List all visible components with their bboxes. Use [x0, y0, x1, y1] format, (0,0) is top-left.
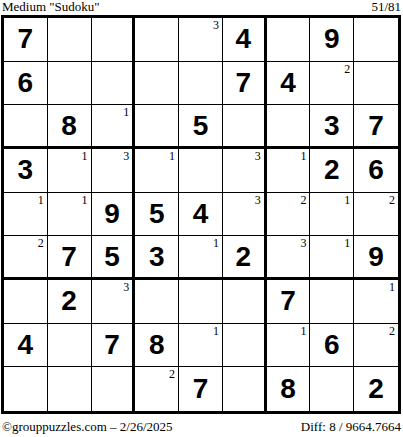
cell-r7c2[interactable]: 2 — [48, 280, 92, 324]
pencil-mark: 2 — [300, 194, 306, 206]
cell-r8c6[interactable] — [223, 324, 267, 368]
cell-r2c4[interactable] — [135, 62, 179, 106]
cell-r2c1[interactable]: 6 — [4, 62, 48, 106]
cell-value: 6 — [18, 69, 34, 97]
pencil-mark: 1 — [169, 150, 175, 162]
cell-r8c3[interactable]: 7 — [92, 324, 136, 368]
cell-r3c3[interactable]: 1 — [92, 105, 136, 149]
cell-r8c4[interactable]: 8 — [135, 324, 179, 368]
cell-value: 4 — [18, 331, 34, 359]
cell-value: 7 — [104, 331, 120, 359]
cell-value: 2 — [324, 156, 340, 184]
cell-r9c3[interactable] — [92, 367, 136, 411]
cell-value: 4 — [280, 69, 296, 97]
pencil-mark: 3 — [300, 237, 306, 249]
difficulty-text: Diff: 8 / 9664.7664 — [301, 420, 401, 434]
pencil-mark: 2 — [389, 194, 395, 206]
cell-r5c8[interactable]: 1 — [310, 193, 354, 237]
pencil-mark: 1 — [38, 194, 44, 206]
cell-r9c9[interactable]: 2 — [354, 367, 398, 411]
cell-r6c1[interactable]: 2 — [4, 236, 48, 280]
pencil-mark: 1 — [123, 106, 129, 118]
pencil-mark: 3 — [213, 19, 219, 31]
cell-value: 2 — [61, 287, 77, 315]
cell-r6c5[interactable]: 1 — [179, 236, 223, 280]
pencil-mark: 3 — [255, 194, 261, 206]
cell-r9c5[interactable]: 7 — [179, 367, 223, 411]
cell-value: 8 — [149, 331, 165, 359]
cell-r2c9[interactable] — [354, 62, 398, 106]
cell-value: 7 — [280, 287, 296, 315]
cell-r7c4[interactable] — [135, 280, 179, 324]
cell-value: 8 — [61, 112, 77, 140]
cell-r3c6[interactable] — [223, 105, 267, 149]
sudoku-page: Medium "Sudoku" 51/81 734967428153731313… — [0, 0, 403, 437]
cell-r8c5[interactable]: 1 — [179, 324, 223, 368]
cell-r6c8[interactable]: 1 — [310, 236, 354, 280]
cell-r1c8[interactable]: 9 — [310, 18, 354, 62]
cell-r8c9[interactable]: 2 — [354, 324, 398, 368]
cell-value: 7 — [61, 243, 77, 271]
cell-r5c5[interactable]: 4 — [179, 193, 223, 237]
sudoku-grid: 7349674281537313131261195432122753123192… — [1, 15, 401, 414]
cell-r2c6[interactable]: 7 — [223, 62, 267, 106]
cell-r1c3[interactable] — [92, 18, 136, 62]
pencil-mark: 2 — [389, 325, 395, 337]
cell-r3c5[interactable]: 5 — [179, 105, 223, 149]
cell-r4c4[interactable]: 1 — [135, 149, 179, 193]
pencil-mark: 1 — [344, 194, 350, 206]
progress-counter: 51/81 — [371, 0, 401, 14]
cell-r7c6[interactable] — [223, 280, 267, 324]
cell-r9c2[interactable] — [48, 367, 92, 411]
cell-r8c2[interactable] — [48, 324, 92, 368]
cell-r7c7[interactable]: 7 — [267, 280, 311, 324]
cell-r9c6[interactable] — [223, 367, 267, 411]
cell-value: 7 — [18, 25, 34, 53]
cell-r6c9[interactable]: 9 — [354, 236, 398, 280]
cell-value: 5 — [193, 112, 209, 140]
cell-r7c3[interactable]: 3 — [92, 280, 136, 324]
cell-r3c7[interactable] — [267, 105, 311, 149]
cell-r4c9[interactable]: 6 — [354, 149, 398, 193]
cell-r3c2[interactable]: 8 — [48, 105, 92, 149]
cell-value: 3 — [324, 112, 340, 140]
cell-r4c6[interactable]: 3 — [223, 149, 267, 193]
cell-r4c8[interactable]: 2 — [310, 149, 354, 193]
cell-r4c1[interactable]: 3 — [4, 149, 48, 193]
cell-r9c7[interactable]: 8 — [267, 367, 311, 411]
cell-r3c9[interactable]: 7 — [354, 105, 398, 149]
cell-value: 2 — [368, 375, 384, 403]
cell-r6c6[interactable]: 2 — [223, 236, 267, 280]
cell-r2c8[interactable]: 2 — [310, 62, 354, 106]
cell-r5c1[interactable]: 1 — [4, 193, 48, 237]
pencil-mark: 1 — [389, 281, 395, 293]
cell-r1c5[interactable]: 3 — [179, 18, 223, 62]
cell-r3c1[interactable] — [4, 105, 48, 149]
pencil-mark: 2 — [38, 237, 44, 249]
cell-r9c8[interactable] — [310, 367, 354, 411]
cell-r8c1[interactable]: 4 — [4, 324, 48, 368]
cell-r9c4[interactable]: 2 — [135, 367, 179, 411]
pencil-mark: 2 — [344, 63, 350, 75]
cell-r4c3[interactable]: 3 — [92, 149, 136, 193]
cell-r5c2[interactable]: 1 — [48, 193, 92, 237]
cell-value: 7 — [368, 112, 384, 140]
cell-r8c7[interactable]: 1 — [267, 324, 311, 368]
cell-r1c6[interactable]: 4 — [223, 18, 267, 62]
cell-value: 7 — [235, 69, 251, 97]
pencil-mark: 1 — [82, 194, 88, 206]
cell-value: 5 — [149, 200, 165, 228]
pencil-mark: 3 — [255, 150, 261, 162]
pencil-mark: 1 — [213, 237, 219, 249]
cell-r1c2[interactable] — [48, 18, 92, 62]
cell-r2c3[interactable] — [92, 62, 136, 106]
pencil-mark: 1 — [344, 237, 350, 249]
pencil-mark: 1 — [300, 150, 306, 162]
cell-value: 3 — [18, 156, 34, 184]
cell-r5c3[interactable]: 9 — [92, 193, 136, 237]
cell-value: 9 — [104, 200, 120, 228]
cell-r3c4[interactable] — [135, 105, 179, 149]
puzzle-title: Medium "Sudoku" — [2, 0, 100, 14]
cell-value: 5 — [104, 243, 120, 271]
cell-r7c1[interactable] — [4, 280, 48, 324]
cell-r9c1[interactable] — [4, 367, 48, 411]
cell-r4c2[interactable]: 1 — [48, 149, 92, 193]
pencil-mark: 1 — [82, 150, 88, 162]
cell-value: 9 — [368, 243, 384, 271]
cell-r5c7[interactable]: 2 — [267, 193, 311, 237]
cell-r5c4[interactable]: 5 — [135, 193, 179, 237]
cell-value: 9 — [324, 25, 340, 53]
cell-r7c5[interactable] — [179, 280, 223, 324]
cell-value: 7 — [193, 375, 209, 403]
cell-value: 3 — [149, 243, 165, 271]
pencil-mark: 1 — [213, 325, 219, 337]
cell-r4c5[interactable] — [179, 149, 223, 193]
header: Medium "Sudoku" 51/81 — [2, 0, 401, 14]
copyright-text: ©grouppuzzles.com – 2/26/2025 — [2, 420, 173, 434]
pencil-mark: 2 — [169, 368, 175, 380]
cell-r5c6[interactable]: 3 — [223, 193, 267, 237]
cell-r7c9[interactable]: 1 — [354, 280, 398, 324]
cell-r1c9[interactable] — [354, 18, 398, 62]
cell-value: 6 — [368, 156, 384, 184]
cell-r5c9[interactable]: 2 — [354, 193, 398, 237]
cell-r6c4[interactable]: 3 — [135, 236, 179, 280]
cell-value: 8 — [280, 375, 296, 403]
pencil-mark: 1 — [300, 325, 306, 337]
cell-r6c7[interactable]: 3 — [267, 236, 311, 280]
cell-r1c1[interactable]: 7 — [4, 18, 48, 62]
cell-r3c8[interactable]: 3 — [310, 105, 354, 149]
cell-value: 6 — [324, 331, 340, 359]
pencil-mark: 3 — [123, 281, 129, 293]
cell-r6c2[interactable]: 7 — [48, 236, 92, 280]
cell-r2c5[interactable] — [179, 62, 223, 106]
cell-r7c8[interactable] — [310, 280, 354, 324]
cell-r2c2[interactable] — [48, 62, 92, 106]
footer: ©grouppuzzles.com – 2/26/2025 Diff: 8 / … — [2, 420, 401, 434]
cell-r6c3[interactable]: 5 — [92, 236, 136, 280]
pencil-mark: 3 — [123, 150, 129, 162]
cell-r1c7[interactable] — [267, 18, 311, 62]
cell-r1c4[interactable] — [135, 18, 179, 62]
cell-r4c7[interactable]: 1 — [267, 149, 311, 193]
cell-r2c7[interactable]: 4 — [267, 62, 311, 106]
cell-value: 2 — [235, 243, 251, 271]
cell-value: 4 — [193, 200, 209, 228]
cell-r8c8[interactable]: 6 — [310, 324, 354, 368]
cell-value: 4 — [235, 25, 251, 53]
